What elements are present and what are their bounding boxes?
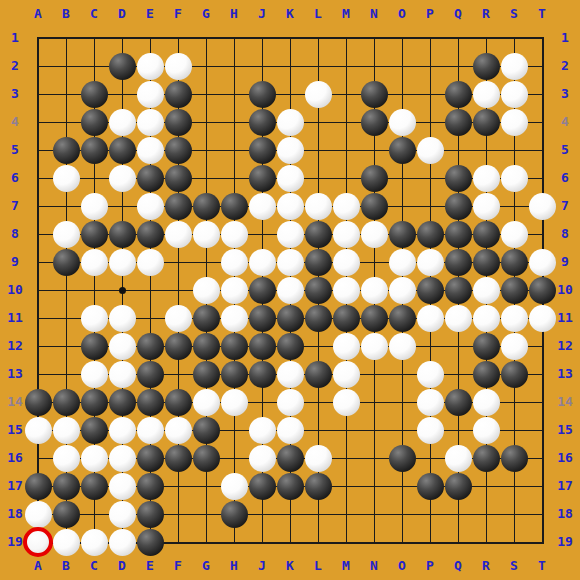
row-label-right-16: 16 — [551, 450, 579, 466]
stone-black-R16[interactable] — [473, 445, 500, 472]
col-label-top-O: O — [388, 6, 416, 22]
col-label-bottom-P: P — [416, 558, 444, 574]
stone-black-E14[interactable] — [137, 389, 164, 416]
stone-black-E6[interactable] — [137, 165, 164, 192]
stone-black-C17[interactable] — [81, 473, 108, 500]
col-label-top-S: S — [500, 6, 528, 22]
stone-white-A15[interactable] — [25, 417, 52, 444]
col-label-bottom-C: C — [80, 558, 108, 574]
stone-black-O5[interactable] — [389, 137, 416, 164]
stone-black-G7[interactable] — [193, 193, 220, 220]
col-label-top-R: R — [472, 6, 500, 22]
row-label-right-17: 17 — [551, 478, 579, 494]
stone-black-S13[interactable] — [501, 361, 528, 388]
row-label-right-5: 5 — [551, 142, 579, 158]
stone-black-C15[interactable] — [81, 417, 108, 444]
col-label-top-L: L — [304, 6, 332, 22]
col-label-bottom-D: D — [108, 558, 136, 574]
row-label-left-12: 12 — [1, 338, 29, 354]
stone-white-M14[interactable] — [333, 389, 360, 416]
stone-black-J4[interactable] — [249, 109, 276, 136]
stone-black-L13[interactable] — [305, 361, 332, 388]
col-label-top-A: A — [24, 6, 52, 22]
stone-white-O12[interactable] — [389, 333, 416, 360]
stone-black-A14[interactable] — [25, 389, 52, 416]
stone-white-N12[interactable] — [361, 333, 388, 360]
stone-black-Q14[interactable] — [445, 389, 472, 416]
stone-white-K9[interactable] — [277, 249, 304, 276]
stone-black-H13[interactable] — [221, 361, 248, 388]
stone-black-D14[interactable] — [109, 389, 136, 416]
stone-white-H14[interactable] — [221, 389, 248, 416]
col-label-bottom-F: F — [164, 558, 192, 574]
stone-white-R15[interactable] — [473, 417, 500, 444]
star-point-D10 — [119, 287, 126, 294]
stone-white-C7[interactable] — [81, 193, 108, 220]
col-label-bottom-H: H — [220, 558, 248, 574]
row-label-left-4: 4 — [1, 114, 29, 130]
stone-black-G13[interactable] — [193, 361, 220, 388]
stone-black-C5[interactable] — [81, 137, 108, 164]
row-label-left-16: 16 — [1, 450, 29, 466]
stone-white-K15[interactable] — [277, 417, 304, 444]
stone-black-H18[interactable] — [221, 501, 248, 528]
stone-white-A18[interactable] — [25, 501, 52, 528]
row-label-left-6: 6 — [1, 170, 29, 186]
stone-black-F7[interactable] — [165, 193, 192, 220]
stone-black-S16[interactable] — [501, 445, 528, 472]
row-label-left-7: 7 — [1, 198, 29, 214]
row-label-right-15: 15 — [551, 422, 579, 438]
row-label-right-1: 1 — [551, 30, 579, 46]
stone-white-H9[interactable] — [221, 249, 248, 276]
stone-black-G16[interactable] — [193, 445, 220, 472]
stone-black-K16[interactable] — [277, 445, 304, 472]
col-label-top-M: M — [332, 6, 360, 22]
stone-black-E8[interactable] — [137, 221, 164, 248]
row-label-left-10: 10 — [1, 282, 29, 298]
col-label-top-E: E — [136, 6, 164, 22]
stone-black-E16[interactable] — [137, 445, 164, 472]
col-label-top-N: N — [360, 6, 388, 22]
col-label-top-J: J — [248, 6, 276, 22]
stone-black-R2[interactable] — [473, 53, 500, 80]
stone-black-F3[interactable] — [165, 81, 192, 108]
stone-black-N11[interactable] — [361, 305, 388, 332]
stone-white-G14[interactable] — [193, 389, 220, 416]
row-label-right-4: 4 — [551, 114, 579, 130]
stone-white-S8[interactable] — [501, 221, 528, 248]
row-label-right-19: 19 — [551, 534, 579, 550]
stone-black-P10[interactable] — [417, 277, 444, 304]
stone-white-K6[interactable] — [277, 165, 304, 192]
stone-black-C8[interactable] — [81, 221, 108, 248]
stone-black-Q7[interactable] — [445, 193, 472, 220]
stone-white-D18[interactable] — [109, 501, 136, 528]
col-label-bottom-T: T — [528, 558, 556, 574]
stone-white-D16[interactable] — [109, 445, 136, 472]
stone-black-K11[interactable] — [277, 305, 304, 332]
col-label-top-B: B — [52, 6, 80, 22]
stone-black-O11[interactable] — [389, 305, 416, 332]
stone-black-M11[interactable] — [333, 305, 360, 332]
col-label-top-K: K — [276, 6, 304, 22]
stone-black-P8[interactable] — [417, 221, 444, 248]
stone-black-T10[interactable] — [529, 277, 556, 304]
stone-black-B5[interactable] — [53, 137, 80, 164]
row-label-left-11: 11 — [1, 310, 29, 326]
stone-white-S6[interactable] — [501, 165, 528, 192]
stone-black-C4[interactable] — [81, 109, 108, 136]
stone-black-Q6[interactable] — [445, 165, 472, 192]
row-label-right-6: 6 — [551, 170, 579, 186]
stone-white-S3[interactable] — [501, 81, 528, 108]
stone-white-F8[interactable] — [165, 221, 192, 248]
stone-white-R11[interactable] — [473, 305, 500, 332]
stone-black-G11[interactable] — [193, 305, 220, 332]
col-label-bottom-R: R — [472, 558, 500, 574]
stone-black-Q8[interactable] — [445, 221, 472, 248]
stone-white-R3[interactable] — [473, 81, 500, 108]
stone-black-L10[interactable] — [305, 277, 332, 304]
stone-black-J12[interactable] — [249, 333, 276, 360]
stone-black-L8[interactable] — [305, 221, 332, 248]
stone-black-F16[interactable] — [165, 445, 192, 472]
stone-white-G10[interactable] — [193, 277, 220, 304]
stone-white-B19[interactable] — [53, 529, 80, 556]
stone-white-H10[interactable] — [221, 277, 248, 304]
stone-white-E5[interactable] — [137, 137, 164, 164]
stone-black-N3[interactable] — [361, 81, 388, 108]
stone-white-E9[interactable] — [137, 249, 164, 276]
col-label-bottom-J: J — [248, 558, 276, 574]
stone-black-N6[interactable] — [361, 165, 388, 192]
stone-black-H7[interactable] — [221, 193, 248, 220]
stone-white-B16[interactable] — [53, 445, 80, 472]
stone-white-C9[interactable] — [81, 249, 108, 276]
stone-white-S12[interactable] — [501, 333, 528, 360]
col-label-top-T: T — [528, 6, 556, 22]
stone-black-A17[interactable] — [25, 473, 52, 500]
stone-black-Q10[interactable] — [445, 277, 472, 304]
row-label-left-2: 2 — [1, 58, 29, 74]
stone-white-O10[interactable] — [389, 277, 416, 304]
stone-white-E4[interactable] — [137, 109, 164, 136]
stone-black-N7[interactable] — [361, 193, 388, 220]
stone-black-N4[interactable] — [361, 109, 388, 136]
stone-white-M8[interactable] — [333, 221, 360, 248]
stone-white-P14[interactable] — [417, 389, 444, 416]
stone-black-C3[interactable] — [81, 81, 108, 108]
stone-black-S9[interactable] — [501, 249, 528, 276]
stone-white-J15[interactable] — [249, 417, 276, 444]
stone-black-R8[interactable] — [473, 221, 500, 248]
stone-black-F12[interactable] — [165, 333, 192, 360]
stone-white-D19[interactable] — [109, 529, 136, 556]
col-label-top-P: P — [416, 6, 444, 22]
stone-black-D2[interactable] — [109, 53, 136, 80]
stone-black-J11[interactable] — [249, 305, 276, 332]
stone-white-D4[interactable] — [109, 109, 136, 136]
stone-white-F2[interactable] — [165, 53, 192, 80]
stone-black-J5[interactable] — [249, 137, 276, 164]
stone-black-G15[interactable] — [193, 417, 220, 444]
stone-black-G12[interactable] — [193, 333, 220, 360]
stone-white-T7[interactable] — [529, 193, 556, 220]
stone-white-M13[interactable] — [333, 361, 360, 388]
stone-black-R4[interactable] — [473, 109, 500, 136]
stone-white-S4[interactable] — [501, 109, 528, 136]
stone-white-C11[interactable] — [81, 305, 108, 332]
stone-white-P15[interactable] — [417, 417, 444, 444]
stone-white-L7[interactable] — [305, 193, 332, 220]
stone-white-B15[interactable] — [53, 417, 80, 444]
col-label-bottom-O: O — [388, 558, 416, 574]
stone-black-R13[interactable] — [473, 361, 500, 388]
row-label-left-1: 1 — [1, 30, 29, 46]
stone-black-F5[interactable] — [165, 137, 192, 164]
stone-white-Q16[interactable] — [445, 445, 472, 472]
stone-black-Q17[interactable] — [445, 473, 472, 500]
col-label-top-Q: Q — [444, 6, 472, 22]
stone-white-F11[interactable] — [165, 305, 192, 332]
col-label-bottom-A: A — [24, 558, 52, 574]
stone-white-H8[interactable] — [221, 221, 248, 248]
stone-black-O8[interactable] — [389, 221, 416, 248]
stone-white-M10[interactable] — [333, 277, 360, 304]
stone-white-D12[interactable] — [109, 333, 136, 360]
stone-black-E13[interactable] — [137, 361, 164, 388]
stone-black-F6[interactable] — [165, 165, 192, 192]
stone-black-B17[interactable] — [53, 473, 80, 500]
stone-black-K12[interactable] — [277, 333, 304, 360]
stone-white-P11[interactable] — [417, 305, 444, 332]
stone-black-K17[interactable] — [277, 473, 304, 500]
stone-black-L11[interactable] — [305, 305, 332, 332]
stone-black-P17[interactable] — [417, 473, 444, 500]
stone-black-E18[interactable] — [137, 501, 164, 528]
stone-black-H12[interactable] — [221, 333, 248, 360]
stone-white-P5[interactable] — [417, 137, 444, 164]
stone-white-P9[interactable] — [417, 249, 444, 276]
row-label-right-2: 2 — [551, 58, 579, 74]
stone-white-C13[interactable] — [81, 361, 108, 388]
stone-white-D9[interactable] — [109, 249, 136, 276]
stone-white-T9[interactable] — [529, 249, 556, 276]
stone-black-L17[interactable] — [305, 473, 332, 500]
stone-white-M9[interactable] — [333, 249, 360, 276]
stone-black-E19[interactable] — [137, 529, 164, 556]
stone-black-Q3[interactable] — [445, 81, 472, 108]
col-label-bottom-E: E — [136, 558, 164, 574]
stone-white-D15[interactable] — [109, 417, 136, 444]
stone-black-J3[interactable] — [249, 81, 276, 108]
stone-white-L3[interactable] — [305, 81, 332, 108]
stone-white-D13[interactable] — [109, 361, 136, 388]
col-label-top-H: H — [220, 6, 248, 22]
col-label-bottom-M: M — [332, 558, 360, 574]
stone-black-J17[interactable] — [249, 473, 276, 500]
stone-white-M12[interactable] — [333, 333, 360, 360]
stone-white-R6[interactable] — [473, 165, 500, 192]
stone-black-R9[interactable] — [473, 249, 500, 276]
stone-white-E2[interactable] — [137, 53, 164, 80]
stone-black-B18[interactable] — [53, 501, 80, 528]
col-label-bottom-Q: Q — [444, 558, 472, 574]
stone-white-K4[interactable] — [277, 109, 304, 136]
stone-white-T11[interactable] — [529, 305, 556, 332]
stone-black-E17[interactable] — [137, 473, 164, 500]
col-label-bottom-K: K — [276, 558, 304, 574]
stone-white-E7[interactable] — [137, 193, 164, 220]
stone-white-K13[interactable] — [277, 361, 304, 388]
row-label-right-14: 14 — [551, 394, 579, 410]
stone-black-R12[interactable] — [473, 333, 500, 360]
col-label-top-G: G — [192, 6, 220, 22]
stone-white-K14[interactable] — [277, 389, 304, 416]
col-label-bottom-B: B — [52, 558, 80, 574]
row-label-left-8: 8 — [1, 226, 29, 242]
stone-black-F4[interactable] — [165, 109, 192, 136]
stone-white-R10[interactable] — [473, 277, 500, 304]
stone-white-B8[interactable] — [53, 221, 80, 248]
stone-white-Q11[interactable] — [445, 305, 472, 332]
col-label-bottom-G: G — [192, 558, 220, 574]
col-label-bottom-L: L — [304, 558, 332, 574]
stone-white-P13[interactable] — [417, 361, 444, 388]
stone-black-E12[interactable] — [137, 333, 164, 360]
stone-white-K10[interactable] — [277, 277, 304, 304]
stone-white-G8[interactable] — [193, 221, 220, 248]
stone-white-H11[interactable] — [221, 305, 248, 332]
stone-black-J10[interactable] — [249, 277, 276, 304]
row-label-right-3: 3 — [551, 86, 579, 102]
stone-white-J16[interactable] — [249, 445, 276, 472]
stone-white-J7[interactable] — [249, 193, 276, 220]
stone-white-F15[interactable] — [165, 417, 192, 444]
stone-white-J9[interactable] — [249, 249, 276, 276]
stone-white-B6[interactable] — [53, 165, 80, 192]
stone-white-M7[interactable] — [333, 193, 360, 220]
stone-white-E3[interactable] — [137, 81, 164, 108]
stone-black-L9[interactable] — [305, 249, 332, 276]
stone-white-C19[interactable] — [81, 529, 108, 556]
stone-white-N10[interactable] — [361, 277, 388, 304]
stone-black-Q4[interactable] — [445, 109, 472, 136]
col-label-top-F: F — [164, 6, 192, 22]
stone-black-B9[interactable] — [53, 249, 80, 276]
stone-white-O4[interactable] — [389, 109, 416, 136]
stone-white-S11[interactable] — [501, 305, 528, 332]
row-label-left-3: 3 — [1, 86, 29, 102]
stone-white-S2[interactable] — [501, 53, 528, 80]
stone-white-D11[interactable] — [109, 305, 136, 332]
row-label-right-18: 18 — [551, 506, 579, 522]
go-board[interactable]: AABBCCDDEEFFGGHHJJKKLLMMNNOOPPQQRRSSTT11… — [0, 0, 580, 580]
col-label-top-D: D — [108, 6, 136, 22]
stone-white-H17[interactable] — [221, 473, 248, 500]
row-label-right-8: 8 — [551, 226, 579, 242]
stone-black-O16[interactable] — [389, 445, 416, 472]
stone-black-C14[interactable] — [81, 389, 108, 416]
col-label-bottom-S: S — [500, 558, 528, 574]
col-label-bottom-N: N — [360, 558, 388, 574]
row-label-left-5: 5 — [1, 142, 29, 158]
row-label-left-9: 9 — [1, 254, 29, 270]
stone-white-C16[interactable] — [81, 445, 108, 472]
stone-white-E15[interactable] — [137, 417, 164, 444]
stone-white-D6[interactable] — [109, 165, 136, 192]
stone-white-K5[interactable] — [277, 137, 304, 164]
row-label-right-12: 12 — [551, 338, 579, 354]
row-label-left-13: 13 — [1, 366, 29, 382]
stone-black-B14[interactable] — [53, 389, 80, 416]
row-label-right-13: 13 — [551, 366, 579, 382]
stone-black-Q9[interactable] — [445, 249, 472, 276]
last-move-stone-white-A19[interactable] — [23, 527, 53, 557]
stone-black-F14[interactable] — [165, 389, 192, 416]
stone-black-J13[interactable] — [249, 361, 276, 388]
stone-black-D8[interactable] — [109, 221, 136, 248]
stone-black-D5[interactable] — [109, 137, 136, 164]
stone-black-S10[interactable] — [501, 277, 528, 304]
col-label-top-C: C — [80, 6, 108, 22]
stone-black-C12[interactable] — [81, 333, 108, 360]
stone-black-J6[interactable] — [249, 165, 276, 192]
stone-white-K8[interactable] — [277, 221, 304, 248]
stone-white-O9[interactable] — [389, 249, 416, 276]
stone-white-L16[interactable] — [305, 445, 332, 472]
stone-white-R14[interactable] — [473, 389, 500, 416]
stone-white-N8[interactable] — [361, 221, 388, 248]
stone-white-K7[interactable] — [277, 193, 304, 220]
stone-white-D17[interactable] — [109, 473, 136, 500]
stone-white-R7[interactable] — [473, 193, 500, 220]
